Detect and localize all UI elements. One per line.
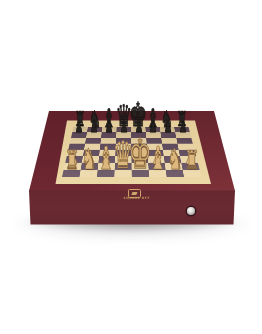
power-button[interactable] xyxy=(187,207,195,215)
piece-white-rook-h1[interactable]: ♜ xyxy=(185,149,199,175)
piece-white-bishop-f1[interactable]: ♝ xyxy=(149,143,167,175)
brand-logo-text: SQUARE OFF xyxy=(124,196,145,200)
piece-white-rook-a1[interactable]: ♜ xyxy=(64,149,78,175)
piece-black-pawn-a7[interactable]: ♟ xyxy=(75,120,84,136)
piece-black-pawn-g7[interactable]: ♟ xyxy=(164,120,173,136)
piece-white-knight-g1[interactable]: ♞ xyxy=(167,146,183,175)
piece-black-pawn-h7[interactable]: ♟ xyxy=(179,120,188,136)
emblem-swoosh-icon xyxy=(131,192,137,195)
piece-black-pawn-b7[interactable]: ♟ xyxy=(90,120,99,136)
piece-white-knight-b1[interactable]: ♞ xyxy=(81,146,97,175)
chessboard-product-photo: SQUARE OFF ♜♞♝♛♚♝♞♜♟♟♟♟♟♟♟♟♟♟♟♟♟♟♟♟♜♞♝♛♚… xyxy=(0,0,262,334)
